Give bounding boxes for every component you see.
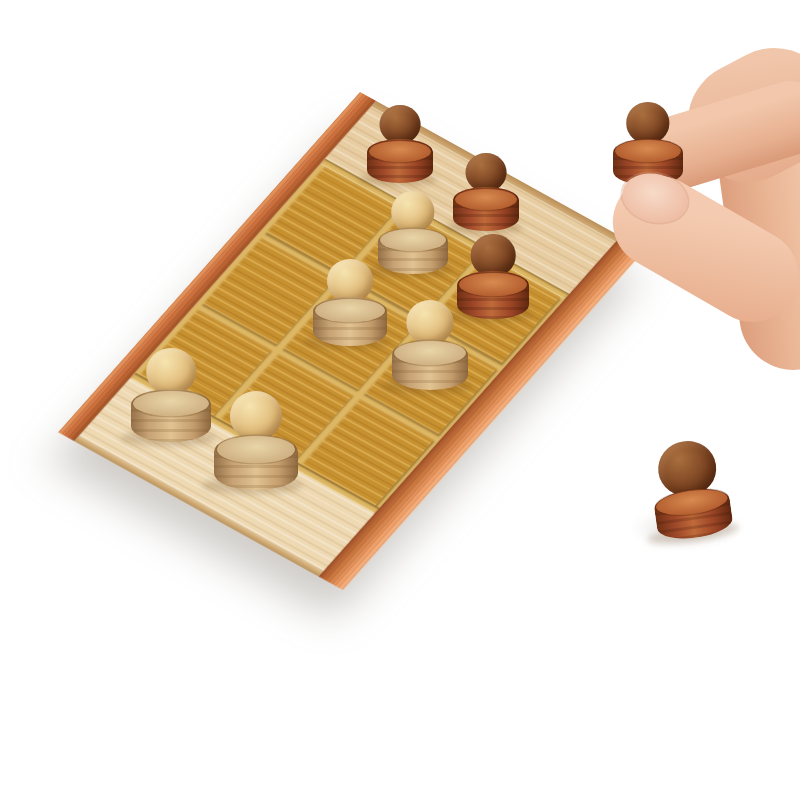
loose-piece-shadow	[630, 508, 740, 548]
piece-knob	[626, 102, 669, 144]
board	[58, 92, 645, 590]
stage	[0, 0, 800, 800]
palm	[706, 63, 800, 377]
piece-body	[613, 139, 683, 185]
curled-fingers	[667, 27, 800, 203]
index-finger	[633, 72, 800, 198]
piece-knob	[655, 437, 720, 500]
thumb-nail-icon	[617, 167, 693, 230]
piece-dark-held[interactable]	[613, 102, 683, 185]
